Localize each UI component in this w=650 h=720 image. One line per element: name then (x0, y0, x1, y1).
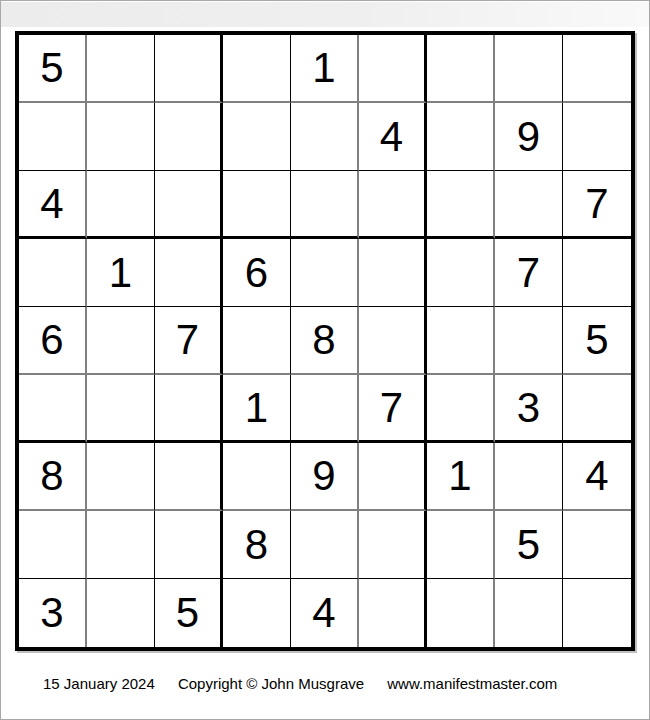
cell-r3c4[interactable] (223, 171, 291, 239)
cell-r4c7[interactable] (427, 239, 495, 307)
cell-r7c4[interactable] (223, 443, 291, 511)
cell-r9c6[interactable] (359, 579, 427, 647)
cell-r8c8[interactable]: 5 (495, 511, 563, 579)
cell-r3c1[interactable]: 4 (19, 171, 87, 239)
cell-r1c5[interactable]: 1 (291, 35, 359, 103)
cell-r7c7[interactable]: 1 (427, 443, 495, 511)
cell-r6c1[interactable] (19, 375, 87, 443)
cell-r9c9[interactable] (563, 579, 631, 647)
footer-copyright: Copyright © John Musgrave (178, 675, 364, 692)
footer-website: www.manifestmaster.com (387, 675, 557, 692)
cell-r3c5[interactable] (291, 171, 359, 239)
cell-r1c6[interactable] (359, 35, 427, 103)
cell-r3c9[interactable]: 7 (563, 171, 631, 239)
cell-r9c2[interactable] (87, 579, 155, 647)
cell-r6c8[interactable]: 3 (495, 375, 563, 443)
cell-r5c5[interactable]: 8 (291, 307, 359, 375)
cell-r8c2[interactable] (87, 511, 155, 579)
cell-r8c4[interactable]: 8 (223, 511, 291, 579)
cell-r7c5[interactable]: 9 (291, 443, 359, 511)
cell-r6c9[interactable] (563, 375, 631, 443)
cell-r2c8[interactable]: 9 (495, 103, 563, 171)
cell-r1c1[interactable]: 5 (19, 35, 87, 103)
cell-r9c4[interactable] (223, 579, 291, 647)
cell-r7c3[interactable] (155, 443, 223, 511)
cell-r8c5[interactable] (291, 511, 359, 579)
cell-r9c3[interactable]: 5 (155, 579, 223, 647)
header-strip (1, 2, 649, 27)
cell-r8c3[interactable] (155, 511, 223, 579)
cell-r1c8[interactable] (495, 35, 563, 103)
cell-r6c5[interactable] (291, 375, 359, 443)
cell-r2c2[interactable] (87, 103, 155, 171)
cell-r6c7[interactable] (427, 375, 495, 443)
cell-r9c8[interactable] (495, 579, 563, 647)
cell-r9c1[interactable]: 3 (19, 579, 87, 647)
cell-r9c5[interactable]: 4 (291, 579, 359, 647)
cell-r7c2[interactable] (87, 443, 155, 511)
cell-r9c7[interactable] (427, 579, 495, 647)
cell-r3c6[interactable] (359, 171, 427, 239)
cell-r5c7[interactable] (427, 307, 495, 375)
cell-r7c8[interactable] (495, 443, 563, 511)
cell-r4c1[interactable] (19, 239, 87, 307)
cell-r5c2[interactable] (87, 307, 155, 375)
cell-r6c3[interactable] (155, 375, 223, 443)
cell-r2c5[interactable] (291, 103, 359, 171)
cell-r1c7[interactable] (427, 35, 495, 103)
cell-r2c6[interactable]: 4 (359, 103, 427, 171)
cell-r4c8[interactable]: 7 (495, 239, 563, 307)
cell-r2c3[interactable] (155, 103, 223, 171)
cell-r4c4[interactable]: 6 (223, 239, 291, 307)
cell-r1c4[interactable] (223, 35, 291, 103)
footer-date: 15 January 2024 (43, 675, 155, 692)
footer: 15 January 2024 Copyright © John Musgrav… (43, 675, 557, 692)
cell-r2c1[interactable] (19, 103, 87, 171)
cell-r3c7[interactable] (427, 171, 495, 239)
cell-r6c6[interactable]: 7 (359, 375, 427, 443)
cell-r4c3[interactable] (155, 239, 223, 307)
cell-r1c3[interactable] (155, 35, 223, 103)
cell-r2c4[interactable] (223, 103, 291, 171)
cell-r8c6[interactable] (359, 511, 427, 579)
cell-r4c6[interactable] (359, 239, 427, 307)
cell-r5c6[interactable] (359, 307, 427, 375)
cell-r6c4[interactable]: 1 (223, 375, 291, 443)
cell-r4c2[interactable]: 1 (87, 239, 155, 307)
cell-r7c9[interactable]: 4 (563, 443, 631, 511)
cell-r8c9[interactable] (563, 511, 631, 579)
cell-r7c6[interactable] (359, 443, 427, 511)
cell-r4c9[interactable] (563, 239, 631, 307)
cell-r5c4[interactable] (223, 307, 291, 375)
cell-r5c1[interactable]: 6 (19, 307, 87, 375)
cell-r1c2[interactable] (87, 35, 155, 103)
cell-r3c8[interactable] (495, 171, 563, 239)
cell-r4c5[interactable] (291, 239, 359, 307)
cell-r7c1[interactable]: 8 (19, 443, 87, 511)
cell-r8c7[interactable] (427, 511, 495, 579)
cell-r5c8[interactable] (495, 307, 563, 375)
cell-r3c2[interactable] (87, 171, 155, 239)
cell-r5c3[interactable]: 7 (155, 307, 223, 375)
cell-r3c3[interactable] (155, 171, 223, 239)
cell-r6c2[interactable] (87, 375, 155, 443)
cell-r8c1[interactable] (19, 511, 87, 579)
sudoku-board: 5149471676785173891485354 (15, 31, 635, 651)
puzzle-page: 5149471676785173891485354 15 January 202… (0, 0, 650, 720)
cell-r1c9[interactable] (563, 35, 631, 103)
cell-r2c7[interactable] (427, 103, 495, 171)
cell-r5c9[interactable]: 5 (563, 307, 631, 375)
cell-r2c9[interactable] (563, 103, 631, 171)
